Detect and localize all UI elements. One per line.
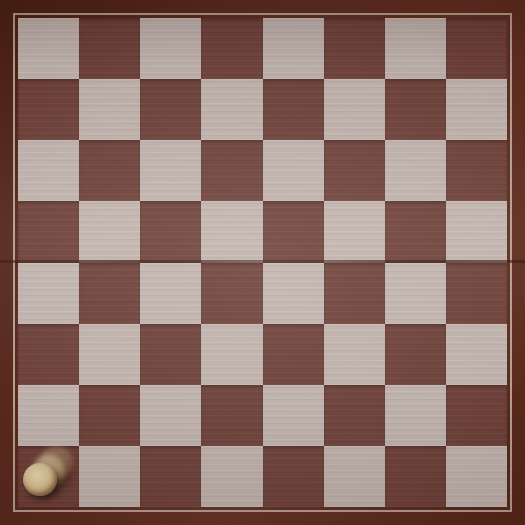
square-g7[interactable]	[385, 79, 446, 140]
square-a8[interactable]	[18, 18, 79, 79]
square-d5[interactable]	[201, 201, 262, 262]
square-g8[interactable]	[385, 18, 446, 79]
square-e4[interactable]	[263, 263, 324, 324]
square-b5[interactable]	[79, 201, 140, 262]
square-c8[interactable]	[140, 18, 201, 79]
square-d4[interactable]	[201, 263, 262, 324]
square-b8[interactable]	[79, 18, 140, 79]
square-g2[interactable]	[385, 385, 446, 446]
square-g4[interactable]	[385, 263, 446, 324]
square-g3[interactable]	[385, 324, 446, 385]
square-h6[interactable]	[446, 140, 507, 201]
square-b7[interactable]	[79, 79, 140, 140]
square-h7[interactable]	[446, 79, 507, 140]
square-e8[interactable]	[263, 18, 324, 79]
square-c7[interactable]	[140, 79, 201, 140]
square-b6[interactable]	[79, 140, 140, 201]
square-f6[interactable]	[324, 140, 385, 201]
square-e2[interactable]	[263, 385, 324, 446]
square-f2[interactable]	[324, 385, 385, 446]
square-c3[interactable]	[140, 324, 201, 385]
square-c5[interactable]	[140, 201, 201, 262]
square-a1[interactable]: ⛀	[18, 446, 79, 507]
square-c1[interactable]	[140, 446, 201, 507]
square-c6[interactable]	[140, 140, 201, 201]
square-d8[interactable]	[201, 18, 262, 79]
square-a2[interactable]	[18, 385, 79, 446]
square-d2[interactable]	[201, 385, 262, 446]
square-d1[interactable]	[201, 446, 262, 507]
square-f4[interactable]	[324, 263, 385, 324]
checkers-board: ⛀	[18, 18, 507, 507]
square-d7[interactable]	[201, 79, 262, 140]
square-h8[interactable]	[446, 18, 507, 79]
square-e3[interactable]	[263, 324, 324, 385]
square-a5[interactable]	[18, 201, 79, 262]
checker-piece[interactable]: ⛀	[23, 463, 57, 496]
square-b2[interactable]	[79, 385, 140, 446]
board-photo: ⛀	[0, 0, 525, 525]
square-e7[interactable]	[263, 79, 324, 140]
square-h2[interactable]	[446, 385, 507, 446]
square-b1[interactable]	[79, 446, 140, 507]
square-c2[interactable]	[140, 385, 201, 446]
square-h1[interactable]	[446, 446, 507, 507]
square-g6[interactable]	[385, 140, 446, 201]
square-e6[interactable]	[263, 140, 324, 201]
square-e5[interactable]	[263, 201, 324, 262]
square-f3[interactable]	[324, 324, 385, 385]
square-b3[interactable]	[79, 324, 140, 385]
square-a7[interactable]	[18, 79, 79, 140]
square-d6[interactable]	[201, 140, 262, 201]
square-f1[interactable]	[324, 446, 385, 507]
square-a4[interactable]	[18, 263, 79, 324]
square-h3[interactable]	[446, 324, 507, 385]
square-g1[interactable]	[385, 446, 446, 507]
square-f8[interactable]	[324, 18, 385, 79]
square-d3[interactable]	[201, 324, 262, 385]
square-a3[interactable]	[18, 324, 79, 385]
square-c4[interactable]	[140, 263, 201, 324]
square-a6[interactable]	[18, 140, 79, 201]
square-b4[interactable]	[79, 263, 140, 324]
square-h5[interactable]	[446, 201, 507, 262]
square-f7[interactable]	[324, 79, 385, 140]
square-g5[interactable]	[385, 201, 446, 262]
square-f5[interactable]	[324, 201, 385, 262]
square-h4[interactable]	[446, 263, 507, 324]
square-e1[interactable]	[263, 446, 324, 507]
